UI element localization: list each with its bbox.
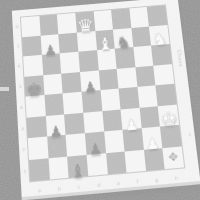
square-f1[interactable] bbox=[125, 149, 146, 172]
square-b4[interactable] bbox=[44, 93, 64, 115]
square-h8[interactable] bbox=[147, 5, 167, 26]
square-c2[interactable] bbox=[66, 133, 87, 156]
corner-logo-icon: ✥ bbox=[163, 146, 185, 169]
square-e7[interactable]: ♝ bbox=[95, 29, 115, 50]
square-g4[interactable] bbox=[137, 85, 158, 107]
square-c6[interactable] bbox=[60, 52, 80, 73]
piece-white-pawn-f3[interactable]: ♟ bbox=[121, 116, 141, 132]
square-f5[interactable] bbox=[117, 67, 137, 89]
rank-label-5: 5 bbox=[17, 84, 23, 89]
piece-black-pawn-b3[interactable]: ♟ bbox=[46, 123, 66, 140]
file-label-e: e bbox=[117, 180, 120, 186]
rank-label-2: 2 bbox=[21, 147, 27, 153]
piece-black-pawn-d5[interactable]: ♟ bbox=[81, 79, 101, 95]
square-b1[interactable] bbox=[48, 156, 69, 179]
square-a8[interactable] bbox=[21, 16, 40, 37]
square-g3[interactable] bbox=[139, 106, 160, 128]
piece-black-pawn-d2[interactable]: ♟ bbox=[85, 141, 105, 158]
square-g5[interactable] bbox=[135, 65, 156, 87]
square-a6[interactable] bbox=[23, 55, 43, 77]
rank-label-6: 6 bbox=[16, 64, 22, 69]
square-a5[interactable]: ♚ bbox=[24, 75, 44, 97]
square-g6[interactable] bbox=[133, 45, 153, 66]
square-f4[interactable] bbox=[119, 87, 140, 109]
square-a7[interactable] bbox=[22, 35, 41, 56]
square-b7[interactable]: ♟ bbox=[40, 34, 60, 55]
file-label-b: b bbox=[58, 185, 61, 191]
rank-label-3: 3 bbox=[19, 126, 25, 132]
square-a1[interactable] bbox=[29, 158, 50, 181]
square-c7[interactable] bbox=[59, 32, 79, 53]
brand-text: Chess bbox=[176, 50, 184, 68]
square-f3[interactable]: ♟ bbox=[121, 107, 142, 129]
piece-white-king-h3[interactable]: ♚ bbox=[159, 109, 180, 130]
square-d5[interactable]: ♟ bbox=[80, 70, 100, 92]
file-label-a: a bbox=[38, 187, 41, 193]
square-f7[interactable]: ♞ bbox=[113, 28, 133, 49]
background-artifact bbox=[0, 87, 9, 91]
square-d6[interactable] bbox=[78, 50, 98, 71]
square-g8[interactable] bbox=[129, 7, 149, 28]
file-label-f: f bbox=[137, 178, 139, 183]
file-label-c: c bbox=[78, 184, 81, 190]
piece-black-pawn-b7[interactable]: ♟ bbox=[41, 42, 60, 57]
piece-black-bishop-c1[interactable]: ♝ bbox=[68, 161, 89, 181]
square-d3[interactable] bbox=[83, 111, 104, 134]
right-edge-mark: 1 bbox=[188, 132, 192, 137]
piece-white-pawn-g2[interactable]: ♟ bbox=[142, 136, 163, 153]
square-e5[interactable] bbox=[98, 68, 118, 90]
piece-black-knight-f7[interactable]: ♞ bbox=[114, 34, 134, 52]
square-e4[interactable] bbox=[100, 89, 121, 111]
square-g7[interactable] bbox=[131, 26, 151, 47]
square-e3[interactable] bbox=[102, 109, 123, 131]
file-label-g: g bbox=[155, 177, 159, 183]
rank-label-1: 1 bbox=[22, 169, 29, 175]
square-c5[interactable] bbox=[61, 72, 81, 94]
square-c4[interactable] bbox=[63, 92, 83, 114]
piece-black-king-a5[interactable]: ♚ bbox=[25, 79, 45, 99]
square-h1[interactable]: ✥ bbox=[163, 146, 185, 169]
piece-white-queen-d8[interactable]: ♛ bbox=[75, 16, 95, 35]
square-h3[interactable]: ♚ bbox=[158, 104, 179, 126]
square-d2[interactable]: ♟ bbox=[85, 132, 106, 155]
square-c8[interactable] bbox=[57, 13, 77, 34]
piece-white-knight-h7[interactable]: ♞ bbox=[150, 31, 170, 49]
square-h7[interactable]: ♞ bbox=[149, 25, 169, 46]
square-a2[interactable] bbox=[28, 137, 48, 160]
rank-label-8: 8 bbox=[14, 24, 20, 29]
square-e8[interactable] bbox=[93, 10, 113, 31]
square-c1[interactable]: ♝ bbox=[67, 154, 88, 177]
photo-background: ♛♟♝♞♞♚♟♟♟♚♟♟♝✥ abcdefgh 87654321 Chess 1 bbox=[0, 0, 200, 200]
square-b5[interactable] bbox=[43, 73, 63, 95]
square-b8[interactable] bbox=[39, 14, 58, 35]
chessboard: ♛♟♝♞♞♚♟♟♟♚♟♟♝✥ bbox=[20, 4, 185, 182]
rank-label-7: 7 bbox=[15, 44, 21, 49]
square-e2[interactable] bbox=[104, 130, 125, 153]
square-c3[interactable] bbox=[64, 112, 84, 135]
square-a3[interactable] bbox=[27, 116, 47, 139]
rank-label-4: 4 bbox=[18, 105, 24, 111]
square-f8[interactable] bbox=[111, 8, 131, 29]
file-label-d: d bbox=[97, 182, 100, 188]
square-b3[interactable]: ♟ bbox=[45, 114, 65, 137]
board-border: ♛♟♝♞♞♚♟♟♟♚♟♟♝✥ abcdefgh 87654321 Chess 1 bbox=[12, 0, 200, 197]
piece-white-bishop-e7[interactable]: ♝ bbox=[95, 35, 115, 53]
square-e1[interactable] bbox=[106, 151, 127, 174]
file-label-h: h bbox=[175, 175, 179, 181]
square-h4[interactable] bbox=[156, 84, 177, 106]
square-d8[interactable]: ♛ bbox=[75, 11, 95, 32]
square-h5[interactable] bbox=[154, 64, 175, 86]
square-g2[interactable]: ♟ bbox=[141, 126, 162, 149]
